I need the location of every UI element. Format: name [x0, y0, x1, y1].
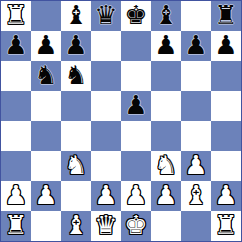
square-a5[interactable]: [1, 91, 31, 121]
square-d8[interactable]: ♛: [91, 1, 121, 31]
white-rook-icon[interactable]: ♜: [4, 0, 27, 30]
square-f8[interactable]: ♝: [151, 1, 181, 31]
square-c5[interactable]: [61, 91, 91, 121]
square-c7[interactable]: ♟: [61, 31, 91, 61]
square-b6[interactable]: ♞: [31, 61, 61, 91]
square-g3[interactable]: ♟: [181, 151, 211, 181]
square-b4[interactable]: [31, 121, 61, 151]
square-d3[interactable]: [91, 151, 121, 181]
square-a6[interactable]: [1, 61, 31, 91]
square-f4[interactable]: [151, 121, 181, 151]
black-knight-icon[interactable]: ♞: [34, 60, 57, 90]
square-h7[interactable]: ♟: [211, 31, 241, 61]
chess-board: ♜♝♛♚♝♜♟♟♟♟♟♟♞♞♟♞♞♟♟♟♟♟♟♝♟♜♝♛♚♜: [1, 1, 241, 241]
white-pawn-icon[interactable]: ♟: [154, 180, 177, 210]
square-f2[interactable]: ♟: [151, 181, 181, 211]
white-rook-icon[interactable]: ♜: [214, 210, 237, 240]
square-g7[interactable]: ♟: [181, 31, 211, 61]
black-queen-icon[interactable]: ♛: [94, 0, 117, 30]
white-pawn-icon[interactable]: ♟: [214, 180, 237, 210]
square-e8[interactable]: ♚: [121, 1, 151, 31]
square-e6[interactable]: [121, 61, 151, 91]
square-e3[interactable]: [121, 151, 151, 181]
white-pawn-icon[interactable]: ♟: [124, 180, 147, 210]
square-h6[interactable]: [211, 61, 241, 91]
square-a4[interactable]: [1, 121, 31, 151]
square-b8[interactable]: [31, 1, 61, 31]
square-h2[interactable]: ♟: [211, 181, 241, 211]
square-b2[interactable]: ♟: [31, 181, 61, 211]
black-pawn-icon[interactable]: ♟: [34, 30, 57, 60]
black-pawn-icon[interactable]: ♟: [4, 30, 27, 60]
white-pawn-icon[interactable]: ♟: [184, 150, 207, 180]
square-d7[interactable]: [91, 31, 121, 61]
square-d4[interactable]: [91, 121, 121, 151]
black-pawn-icon[interactable]: ♟: [184, 30, 207, 60]
square-g8[interactable]: [181, 1, 211, 31]
square-g5[interactable]: [181, 91, 211, 121]
black-rook-icon[interactable]: ♜: [214, 0, 237, 30]
square-a2[interactable]: ♟: [1, 181, 31, 211]
white-king-icon[interactable]: ♚: [124, 210, 147, 240]
square-a7[interactable]: ♟: [1, 31, 31, 61]
square-d6[interactable]: [91, 61, 121, 91]
white-knight-icon[interactable]: ♞: [64, 150, 87, 180]
black-pawn-icon[interactable]: ♟: [124, 90, 147, 120]
square-e2[interactable]: ♟: [121, 181, 151, 211]
square-e5[interactable]: ♟: [121, 91, 151, 121]
square-a1[interactable]: ♜: [1, 211, 31, 241]
square-g6[interactable]: [181, 61, 211, 91]
square-e7[interactable]: [121, 31, 151, 61]
square-c1[interactable]: ♝: [61, 211, 91, 241]
square-d2[interactable]: ♟: [91, 181, 121, 211]
white-pawn-icon[interactable]: ♟: [94, 180, 117, 210]
black-bishop-icon[interactable]: ♝: [64, 0, 87, 30]
square-g4[interactable]: [181, 121, 211, 151]
black-pawn-icon[interactable]: ♟: [214, 30, 237, 60]
square-c8[interactable]: ♝: [61, 1, 91, 31]
square-c2[interactable]: [61, 181, 91, 211]
black-king-icon[interactable]: ♚: [124, 0, 147, 30]
square-d5[interactable]: [91, 91, 121, 121]
white-bishop-icon[interactable]: ♝: [184, 180, 207, 210]
square-h4[interactable]: [211, 121, 241, 151]
square-f6[interactable]: [151, 61, 181, 91]
square-f5[interactable]: [151, 91, 181, 121]
white-pawn-icon[interactable]: ♟: [4, 180, 27, 210]
square-c3[interactable]: ♞: [61, 151, 91, 181]
square-h8[interactable]: ♜: [211, 1, 241, 31]
white-knight-icon[interactable]: ♞: [154, 150, 177, 180]
square-g2[interactable]: ♝: [181, 181, 211, 211]
white-bishop-icon[interactable]: ♝: [64, 210, 87, 240]
square-h1[interactable]: ♜: [211, 211, 241, 241]
square-b3[interactable]: [31, 151, 61, 181]
white-queen-icon[interactable]: ♛: [94, 210, 117, 240]
square-b1[interactable]: [31, 211, 61, 241]
square-c4[interactable]: [61, 121, 91, 151]
square-h5[interactable]: [211, 91, 241, 121]
white-rook-icon[interactable]: ♜: [4, 210, 27, 240]
square-d1[interactable]: ♛: [91, 211, 121, 241]
square-g1[interactable]: [181, 211, 211, 241]
black-knight-icon[interactable]: ♞: [64, 60, 87, 90]
square-b5[interactable]: [31, 91, 61, 121]
black-pawn-icon[interactable]: ♟: [154, 30, 177, 60]
square-b7[interactable]: ♟: [31, 31, 61, 61]
white-pawn-icon[interactable]: ♟: [34, 180, 57, 210]
black-bishop-icon[interactable]: ♝: [154, 0, 177, 30]
square-a3[interactable]: [1, 151, 31, 181]
square-f3[interactable]: ♞: [151, 151, 181, 181]
square-h3[interactable]: [211, 151, 241, 181]
square-f7[interactable]: ♟: [151, 31, 181, 61]
square-e4[interactable]: [121, 121, 151, 151]
chess-board-frame: ♜♝♛♚♝♜♟♟♟♟♟♟♞♞♟♞♞♟♟♟♟♟♟♝♟♜♝♛♚♜: [0, 0, 242, 242]
square-f1[interactable]: [151, 211, 181, 241]
square-a8[interactable]: ♜: [1, 1, 31, 31]
square-c6[interactable]: ♞: [61, 61, 91, 91]
square-e1[interactable]: ♚: [121, 211, 151, 241]
black-pawn-icon[interactable]: ♟: [64, 30, 87, 60]
